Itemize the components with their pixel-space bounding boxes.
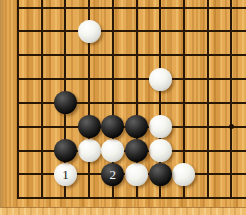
white-stone[interactable] — [149, 115, 172, 138]
grid-line-horizontal — [17, 78, 246, 80]
board-left-shade — [0, 0, 6, 207]
grid-line-horizontal — [17, 54, 246, 56]
move-number-label: 1 — [54, 163, 77, 186]
black-stone[interactable]: 2 — [101, 163, 124, 186]
grid-line-horizontal — [17, 7, 246, 9]
white-stone[interactable] — [149, 68, 172, 91]
white-stone[interactable] — [78, 139, 101, 162]
board-front-edge — [0, 207, 246, 215]
grid-line-horizontal — [17, 197, 246, 199]
white-stone[interactable] — [125, 163, 148, 186]
black-stone[interactable] — [54, 139, 77, 162]
white-stone[interactable] — [149, 139, 172, 162]
black-stone[interactable] — [149, 163, 172, 186]
black-stone[interactable] — [125, 139, 148, 162]
white-stone[interactable]: 1 — [54, 163, 77, 186]
grid-line-horizontal — [17, 30, 246, 32]
move-number-label: 2 — [101, 163, 124, 186]
go-board: 12 — [0, 0, 246, 215]
black-stone[interactable] — [78, 115, 101, 138]
grid-line-horizontal — [17, 102, 246, 104]
white-stone[interactable] — [78, 20, 101, 43]
